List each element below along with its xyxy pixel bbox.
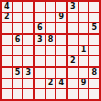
cell-r8c6: 4 bbox=[56, 79, 66, 89]
cell-r6c2[interactable] bbox=[13, 56, 23, 66]
box-2: 96 bbox=[35, 2, 66, 33]
cell-r9c8[interactable] bbox=[79, 89, 89, 99]
cell-r3c8[interactable] bbox=[79, 23, 89, 33]
cell-r4c8[interactable] bbox=[79, 35, 89, 45]
cell-r4c3[interactable] bbox=[23, 35, 33, 45]
cell-r8c5: 2 bbox=[46, 79, 56, 89]
cell-r4c9[interactable] bbox=[89, 35, 99, 45]
cell-r1c7: 3 bbox=[68, 2, 78, 12]
cell-r3c7[interactable] bbox=[68, 23, 78, 33]
cell-r9c1[interactable] bbox=[2, 89, 12, 99]
cell-r2c8[interactable] bbox=[79, 13, 89, 23]
cell-r7c7[interactable] bbox=[68, 68, 78, 78]
cell-r5c7[interactable] bbox=[68, 46, 78, 56]
cell-r1c3[interactable] bbox=[23, 2, 33, 12]
cell-r4c4: 3 bbox=[35, 35, 45, 45]
cell-r2c6: 9 bbox=[56, 13, 66, 23]
cell-r8c3[interactable] bbox=[23, 79, 33, 89]
cell-r9c7[interactable] bbox=[68, 89, 78, 99]
cell-r4c2: 6 bbox=[13, 35, 23, 45]
cell-r2c7[interactable] bbox=[68, 13, 78, 23]
cell-r3c9: 5 bbox=[89, 23, 99, 33]
cell-r1c6[interactable] bbox=[56, 2, 66, 12]
cell-r3c1[interactable] bbox=[2, 23, 12, 33]
cell-r5c4[interactable] bbox=[35, 46, 45, 56]
cell-r1c2[interactable] bbox=[13, 2, 23, 12]
cell-r4c6[interactable] bbox=[56, 35, 66, 45]
cell-r6c3[interactable] bbox=[23, 56, 33, 66]
cell-r9c6[interactable] bbox=[56, 89, 66, 99]
cell-r3c6[interactable] bbox=[56, 23, 66, 33]
cell-r8c1[interactable] bbox=[2, 79, 12, 89]
cell-r2c4[interactable] bbox=[35, 13, 45, 23]
cell-r1c9[interactable] bbox=[89, 2, 99, 12]
cell-r6c9[interactable] bbox=[89, 56, 99, 66]
cell-r3c5[interactable] bbox=[46, 23, 56, 33]
cell-r7c4[interactable] bbox=[35, 68, 45, 78]
cell-r2c2[interactable] bbox=[13, 13, 23, 23]
box-8: 24 bbox=[35, 68, 66, 99]
box-5: 38 bbox=[35, 35, 66, 66]
cell-r5c1[interactable] bbox=[2, 46, 12, 56]
cell-r7c3: 3 bbox=[23, 68, 33, 78]
cell-r2c5[interactable] bbox=[46, 13, 56, 23]
cell-r7c8[interactable] bbox=[79, 68, 89, 78]
cell-r2c3[interactable] bbox=[23, 13, 33, 23]
cell-r6c5[interactable] bbox=[46, 56, 56, 66]
cell-r1c4[interactable] bbox=[35, 2, 45, 12]
cell-r9c4[interactable] bbox=[35, 89, 45, 99]
cell-r8c8: 9 bbox=[79, 79, 89, 89]
box-7: 53 bbox=[2, 68, 33, 99]
sudoku-board: 42963563812532489 bbox=[0, 0, 101, 101]
box-1: 42 bbox=[2, 2, 33, 33]
cell-r1c5[interactable] bbox=[46, 2, 56, 12]
cell-r5c9[interactable] bbox=[89, 46, 99, 56]
cell-r7c5[interactable] bbox=[46, 68, 56, 78]
box-6: 12 bbox=[68, 35, 99, 66]
cell-r9c2[interactable] bbox=[13, 89, 23, 99]
cell-r8c2[interactable] bbox=[13, 79, 23, 89]
cell-r4c5: 8 bbox=[46, 35, 56, 45]
cell-r6c8[interactable] bbox=[79, 56, 89, 66]
cell-r6c4[interactable] bbox=[35, 56, 45, 66]
cell-r6c1[interactable] bbox=[2, 56, 12, 66]
cell-r5c3[interactable] bbox=[23, 46, 33, 56]
cell-r9c5[interactable] bbox=[46, 89, 56, 99]
cell-r3c4: 6 bbox=[35, 23, 45, 33]
cell-r3c2[interactable] bbox=[13, 23, 23, 33]
box-9: 89 bbox=[68, 68, 99, 99]
cell-r4c7[interactable] bbox=[68, 35, 78, 45]
cell-r8c7[interactable] bbox=[68, 79, 78, 89]
box-4: 6 bbox=[2, 35, 33, 66]
cell-r8c4[interactable] bbox=[35, 79, 45, 89]
cell-r2c9[interactable] bbox=[89, 13, 99, 23]
cell-r6c6[interactable] bbox=[56, 56, 66, 66]
cell-r5c2[interactable] bbox=[13, 46, 23, 56]
cell-r5c8: 1 bbox=[79, 46, 89, 56]
cell-r2c1: 2 bbox=[2, 13, 12, 23]
cell-r6c7: 2 bbox=[68, 56, 78, 66]
cell-r5c6[interactable] bbox=[56, 46, 66, 56]
cell-r3c3[interactable] bbox=[23, 23, 33, 33]
cell-r5c5[interactable] bbox=[46, 46, 56, 56]
cell-r7c9: 8 bbox=[89, 68, 99, 78]
cell-r7c6[interactable] bbox=[56, 68, 66, 78]
cell-r9c9[interactable] bbox=[89, 89, 99, 99]
cell-r4c1[interactable] bbox=[2, 35, 12, 45]
box-3: 35 bbox=[68, 2, 99, 33]
cell-r7c1[interactable] bbox=[2, 68, 12, 78]
cell-r7c2: 5 bbox=[13, 68, 23, 78]
cell-r1c1: 4 bbox=[2, 2, 12, 12]
cell-r1c8[interactable] bbox=[79, 2, 89, 12]
cell-r9c3[interactable] bbox=[23, 89, 33, 99]
cell-r8c9[interactable] bbox=[89, 79, 99, 89]
